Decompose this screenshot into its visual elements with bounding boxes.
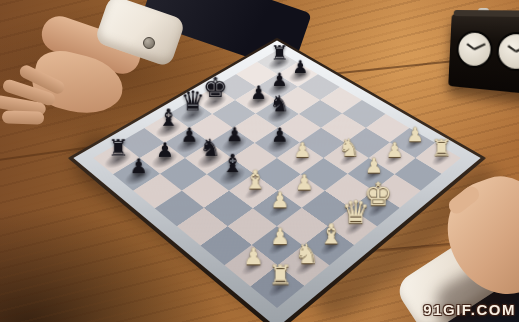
white-pawn: ♟ <box>286 140 320 160</box>
clock-dial-left <box>456 30 494 69</box>
clock-dial-right <box>496 31 519 72</box>
left-hand-finger <box>2 110 44 124</box>
photo-scene: ♜♝♛♚♜♟♟♟♟♟♟♞♟♞♝♟♝♟♟♟♞♟♟♟♟♟♜♞♝♛♚♜ 91GIF.C… <box>0 0 519 322</box>
black-knight: ♞ <box>264 93 296 116</box>
watermark-text: 91GIF.COM <box>423 301 516 318</box>
white-rook: ♜ <box>424 137 458 160</box>
chess-board: ♜♝♛♚♜♟♟♟♟♟♟♞♟♞♝♟♝♟♟♟♞♟♟♟♟♟♜♞♝♛♚♜ <box>129 10 425 306</box>
white-pawn: ♟ <box>357 156 392 176</box>
black-pawn: ♟ <box>121 156 156 176</box>
white-rook: ♜ <box>260 262 300 289</box>
white-pawn: ♟ <box>262 189 298 210</box>
board-grid: ♜♝♛♚♜♟♟♟♟♟♟♞♟♞♝♟♝♟♟♟♞♟♟♟♟♟♜♞♝♛♚♜ <box>93 50 461 308</box>
chess-clock <box>448 14 519 95</box>
